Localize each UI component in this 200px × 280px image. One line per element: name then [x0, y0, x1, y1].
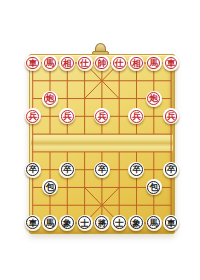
piece-character: 兵: [163, 108, 179, 124]
piece-black-soldier[interactable]: 卒: [163, 162, 179, 178]
piece-character: 士: [77, 215, 93, 231]
piece-character: 將: [94, 215, 110, 231]
piece-character: 馬: [146, 215, 162, 231]
piece-character: 馬: [42, 215, 58, 231]
piece-black-chariot[interactable]: 車: [25, 215, 41, 231]
piece-red-cannon[interactable]: 炮: [42, 91, 58, 107]
piece-character: 卒: [94, 162, 110, 178]
pieces-layer: 車馬相仕帥仕相馬車炮炮兵兵兵兵兵卒卒卒卒卒包包車馬象士將士象馬車: [24, 54, 180, 232]
piece-character: 兵: [25, 108, 41, 124]
piece-red-soldier[interactable]: 兵: [94, 108, 110, 124]
piece-black-horse[interactable]: 馬: [42, 215, 58, 231]
piece-black-cannon[interactable]: 包: [146, 179, 162, 195]
piece-character: 車: [25, 55, 41, 71]
piece-character: 炮: [42, 91, 58, 107]
piece-character: 相: [59, 55, 75, 71]
piece-character: 包: [146, 179, 162, 195]
piece-black-advisor[interactable]: 士: [111, 215, 127, 231]
piece-red-soldier[interactable]: 兵: [128, 108, 144, 124]
piece-character: 馬: [42, 55, 58, 71]
piece-black-general[interactable]: 將: [94, 215, 110, 231]
piece-character: 兵: [94, 108, 110, 124]
piece-character: 卒: [59, 162, 75, 178]
piece-red-soldier[interactable]: 兵: [25, 108, 41, 124]
piece-character: 車: [25, 215, 41, 231]
piece-character: 炮: [146, 91, 162, 107]
piece-black-chariot[interactable]: 車: [163, 215, 179, 231]
piece-red-soldier[interactable]: 兵: [163, 108, 179, 124]
piece-red-elephant[interactable]: 相: [59, 55, 75, 71]
piece-black-advisor[interactable]: 士: [77, 215, 93, 231]
piece-character: 卒: [163, 162, 179, 178]
xiangqi-board[interactable]: 車馬相仕帥仕相馬車炮炮兵兵兵兵兵卒卒卒卒卒包包車馬象士將士象馬車: [29, 54, 175, 234]
piece-black-cannon[interactable]: 包: [42, 179, 58, 195]
piece-red-chariot[interactable]: 車: [163, 55, 179, 71]
piece-black-soldier[interactable]: 卒: [128, 162, 144, 178]
piece-character: 包: [42, 179, 58, 195]
piece-character: 車: [163, 55, 179, 71]
piece-red-general[interactable]: 帥: [94, 55, 110, 71]
piece-character: 兵: [59, 108, 75, 124]
piece-character: 卒: [25, 162, 41, 178]
piece-character: 仕: [77, 55, 93, 71]
piece-red-soldier[interactable]: 兵: [59, 108, 75, 124]
piece-red-horse[interactable]: 馬: [42, 55, 58, 71]
piece-red-elephant[interactable]: 相: [128, 55, 144, 71]
piece-red-advisor[interactable]: 仕: [111, 55, 127, 71]
piece-red-advisor[interactable]: 仕: [77, 55, 93, 71]
piece-character: 馬: [146, 55, 162, 71]
piece-red-cannon[interactable]: 炮: [146, 91, 162, 107]
piece-black-soldier[interactable]: 卒: [59, 162, 75, 178]
piece-black-soldier[interactable]: 卒: [25, 162, 41, 178]
piece-character: 相: [128, 55, 144, 71]
piece-black-soldier[interactable]: 卒: [94, 162, 110, 178]
photo-canvas: 車馬相仕帥仕相馬車炮炮兵兵兵兵兵卒卒卒卒卒包包車馬象士將士象馬車: [0, 0, 200, 280]
piece-character: 兵: [128, 108, 144, 124]
piece-character: 帥: [94, 55, 110, 71]
piece-character: 仕: [111, 55, 127, 71]
piece-red-chariot[interactable]: 車: [25, 55, 41, 71]
piece-character: 卒: [128, 162, 144, 178]
piece-character: 士: [111, 215, 127, 231]
piece-character: 象: [59, 215, 75, 231]
piece-black-horse[interactable]: 馬: [146, 215, 162, 231]
piece-red-horse[interactable]: 馬: [146, 55, 162, 71]
piece-black-elephant[interactable]: 象: [128, 215, 144, 231]
piece-character: 象: [128, 215, 144, 231]
piece-character: 車: [163, 215, 179, 231]
piece-black-elephant[interactable]: 象: [59, 215, 75, 231]
